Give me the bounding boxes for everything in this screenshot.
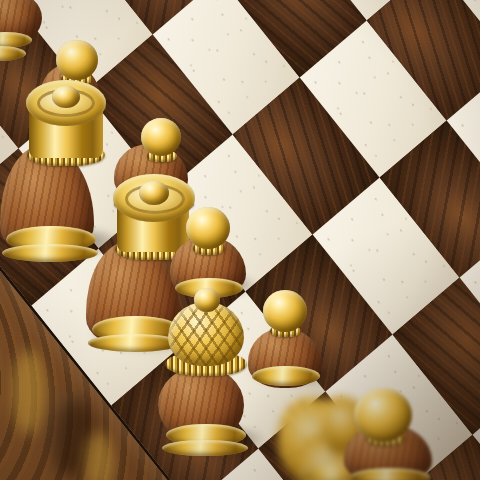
pawn-base-ring — [0, 46, 26, 61]
rook-base-ring — [2, 244, 98, 262]
bishop-base-ring — [162, 440, 248, 456]
pawn-finial-ball — [56, 40, 98, 80]
pawn-finial-ball — [263, 290, 307, 332]
rook-turret-boss — [52, 86, 80, 108]
piece-pawn-c2[interactable]: ♙ — [344, 388, 434, 480]
bishop-finial-ball — [194, 288, 220, 312]
piece-pawn-b4[interactable]: ♙ — [170, 207, 260, 299]
piece-bishop-a3[interactable]: ♗ — [158, 288, 266, 458]
pawn-finial-ball — [141, 118, 181, 156]
pawn-finial-ball — [186, 207, 230, 249]
pawn-finial-ball — [354, 388, 412, 442]
chess-photo-scene: ♙ ♙ ♖ ♙ ♖ — [0, 0, 480, 480]
rook-turret-boss — [139, 181, 169, 205]
pawn-base-ring — [350, 468, 430, 480]
